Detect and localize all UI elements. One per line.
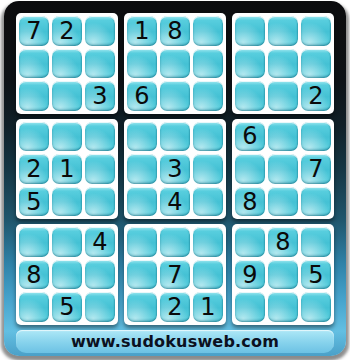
cell-r5c6[interactable] [193,154,223,184]
footer-band: www.sudokusweb.com [16,330,334,353]
cell-r6c4[interactable] [127,187,157,217]
cell-r1c5[interactable]: 8 [160,16,190,46]
cell-r5c7[interactable] [235,154,265,184]
cell-r8c2[interactable] [52,260,82,290]
cell-r7c9[interactable] [301,227,331,257]
cell-r1c9[interactable] [301,16,331,46]
cell-r8c6[interactable] [193,260,223,290]
cell-r2c6[interactable] [193,49,223,79]
cell-r1c4[interactable]: 1 [127,16,157,46]
cell-r2c7[interactable] [235,49,265,79]
cell-r7c8[interactable]: 8 [268,227,298,257]
box-5: 3 4 [124,119,226,220]
cell-r9c8[interactable] [268,292,298,322]
cell-r3c6[interactable] [193,81,223,111]
cell-r3c4[interactable]: 6 [127,81,157,111]
cell-r4c1[interactable] [19,122,49,152]
cell-r8c7[interactable]: 9 [235,260,265,290]
cell-r1c8[interactable] [268,16,298,46]
cell-r4c2[interactable] [52,122,82,152]
cell-r8c4[interactable] [127,260,157,290]
cell-r9c6[interactable]: 1 [193,292,223,322]
sudoku-page: 7 2 3 1 8 6 [0,0,350,360]
cell-r5c4[interactable] [127,154,157,184]
cell-r3c1[interactable] [19,81,49,111]
cell-r8c5[interactable]: 7 [160,260,190,290]
cell-r3c2[interactable] [52,81,82,111]
box-1: 7 2 3 [16,13,118,114]
cell-r2c4[interactable] [127,49,157,79]
cell-r5c2[interactable]: 1 [52,154,82,184]
cell-r6c3[interactable] [85,187,115,217]
cell-r3c7[interactable] [235,81,265,111]
cell-r6c2[interactable] [52,187,82,217]
cell-r6c1[interactable]: 5 [19,187,49,217]
cell-r9c4[interactable] [127,292,157,322]
cell-r6c8[interactable] [268,187,298,217]
cell-r4c7[interactable]: 6 [235,122,265,152]
cell-r9c9[interactable] [301,292,331,322]
box-2: 1 8 6 [124,13,226,114]
cell-r5c1[interactable]: 2 [19,154,49,184]
cell-r8c9[interactable]: 5 [301,260,331,290]
box-4: 2 1 5 [16,119,118,220]
cell-r7c6[interactable] [193,227,223,257]
cell-r5c8[interactable] [268,154,298,184]
cell-r2c2[interactable] [52,49,82,79]
cell-r4c5[interactable] [160,122,190,152]
cell-r1c3[interactable] [85,16,115,46]
cell-r6c6[interactable] [193,187,223,217]
cell-r9c3[interactable] [85,292,115,322]
cell-r5c9[interactable]: 7 [301,154,331,184]
cell-r7c1[interactable] [19,227,49,257]
box-7: 4 8 5 [16,224,118,325]
cell-r3c9[interactable]: 2 [301,81,331,111]
cell-r6c7[interactable]: 8 [235,187,265,217]
cell-r7c2[interactable] [52,227,82,257]
cell-r8c8[interactable] [268,260,298,290]
cell-r4c3[interactable] [85,122,115,152]
sudoku-grid: 7 2 3 1 8 6 [16,13,334,325]
cell-r3c3[interactable]: 3 [85,81,115,111]
cell-r7c3[interactable]: 4 [85,227,115,257]
cell-r9c5[interactable]: 2 [160,292,190,322]
cell-r7c4[interactable] [127,227,157,257]
cell-r7c5[interactable] [160,227,190,257]
cell-r8c1[interactable]: 8 [19,260,49,290]
cell-r2c5[interactable] [160,49,190,79]
cell-r9c1[interactable] [19,292,49,322]
cell-r2c1[interactable] [19,49,49,79]
cell-r2c3[interactable] [85,49,115,79]
website-url[interactable]: www.sudokusweb.com [71,332,279,351]
cell-r4c8[interactable] [268,122,298,152]
cell-r3c5[interactable] [160,81,190,111]
cell-r1c2[interactable]: 2 [52,16,82,46]
cell-r2c9[interactable] [301,49,331,79]
box-3: 2 [232,13,334,114]
box-9: 8 9 5 [232,224,334,325]
box-8: 7 2 1 [124,224,226,325]
cell-r4c9[interactable] [301,122,331,152]
cell-r6c9[interactable] [301,187,331,217]
cell-r6c5[interactable]: 4 [160,187,190,217]
cell-r9c7[interactable] [235,292,265,322]
cell-r5c3[interactable] [85,154,115,184]
cell-r4c6[interactable] [193,122,223,152]
cell-r3c8[interactable] [268,81,298,111]
box-6: 6 7 8 [232,119,334,220]
cell-r8c3[interactable] [85,260,115,290]
cell-r4c4[interactable] [127,122,157,152]
cell-r2c8[interactable] [268,49,298,79]
cell-r1c1[interactable]: 7 [19,16,49,46]
cell-r1c7[interactable] [235,16,265,46]
cell-r7c7[interactable] [235,227,265,257]
cell-r1c6[interactable] [193,16,223,46]
sudoku-board-frame: 7 2 3 1 8 6 [4,1,346,356]
cell-r5c5[interactable]: 3 [160,154,190,184]
cell-r9c2[interactable]: 5 [52,292,82,322]
